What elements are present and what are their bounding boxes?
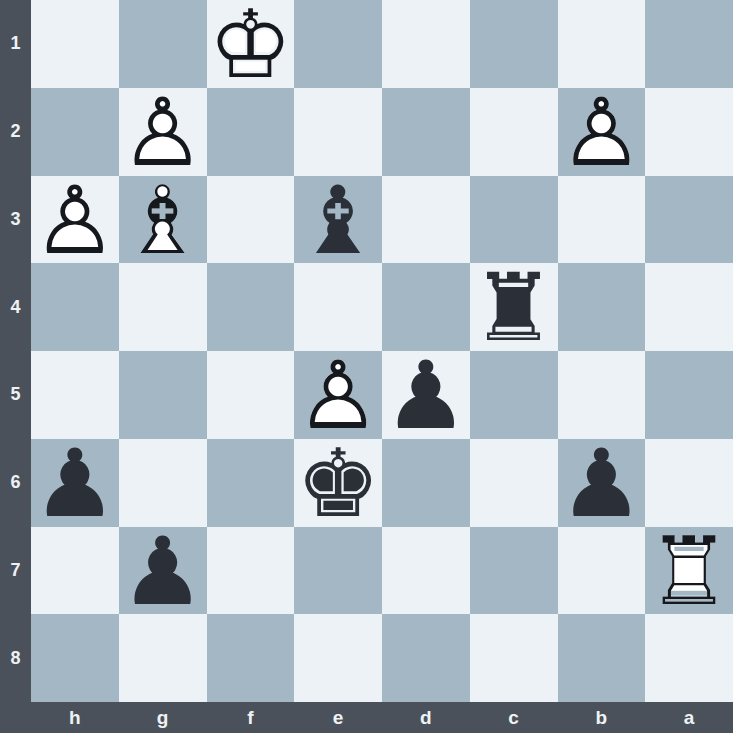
black-bishop-glyph: ♝ <box>294 176 382 264</box>
square-e8[interactable] <box>294 614 382 702</box>
piece-white-king[interactable]: ♚♔ <box>207 0 295 88</box>
square-c8[interactable] <box>470 614 558 702</box>
square-e5[interactable]: ♟♙ <box>294 351 382 439</box>
square-h4[interactable] <box>31 263 119 351</box>
rank-label-8: 8 <box>0 614 31 702</box>
white-pawn-outline-glyph: ♙ <box>119 88 207 176</box>
square-b7[interactable] <box>558 527 646 615</box>
square-c4[interactable]: ♜ <box>470 263 558 351</box>
square-e2[interactable] <box>294 88 382 176</box>
square-f4[interactable] <box>207 263 295 351</box>
square-b4[interactable] <box>558 263 646 351</box>
square-c5[interactable] <box>470 351 558 439</box>
white-pawn-fill-glyph: ♟ <box>558 88 646 176</box>
chess-board-app: 12345678 ♚♔♟♙♟♙♟♙♝♗♝♜♟♙♟♟♚♟♟♜♖ hgfedcba <box>0 0 733 733</box>
piece-black-bishop[interactable]: ♝ <box>294 176 382 264</box>
square-g6[interactable] <box>119 439 207 527</box>
white-pawn-outline-glyph: ♙ <box>31 176 119 264</box>
white-pawn-outline-glyph: ♙ <box>558 88 646 176</box>
white-rook-fill-glyph: ♜ <box>645 527 733 615</box>
square-b2[interactable]: ♟♙ <box>558 88 646 176</box>
file-label-b: b <box>558 702 646 733</box>
square-b6[interactable]: ♟ <box>558 439 646 527</box>
piece-white-bishop[interactable]: ♝♗ <box>119 176 207 264</box>
square-b8[interactable] <box>558 614 646 702</box>
square-d3[interactable] <box>382 176 470 264</box>
square-b5[interactable] <box>558 351 646 439</box>
black-king-glyph: ♚ <box>294 439 382 527</box>
white-bishop-fill-glyph: ♝ <box>119 176 207 264</box>
rank-label-1: 1 <box>0 0 31 88</box>
piece-white-rook[interactable]: ♜♖ <box>645 527 733 615</box>
square-h6[interactable]: ♟ <box>31 439 119 527</box>
square-f6[interactable] <box>207 439 295 527</box>
square-d6[interactable] <box>382 439 470 527</box>
square-b1[interactable] <box>558 0 646 88</box>
square-a4[interactable] <box>645 263 733 351</box>
square-g7[interactable]: ♟ <box>119 527 207 615</box>
piece-white-pawn[interactable]: ♟♙ <box>31 176 119 264</box>
square-a5[interactable] <box>645 351 733 439</box>
black-rook-glyph: ♜ <box>470 263 558 351</box>
piece-black-pawn[interactable]: ♟ <box>382 351 470 439</box>
square-g1[interactable] <box>119 0 207 88</box>
square-b3[interactable] <box>558 176 646 264</box>
piece-black-pawn[interactable]: ♟ <box>31 439 119 527</box>
file-label-f: f <box>207 702 295 733</box>
square-d7[interactable] <box>382 527 470 615</box>
square-h5[interactable] <box>31 351 119 439</box>
square-f8[interactable] <box>207 614 295 702</box>
file-label-a: a <box>645 702 733 733</box>
black-pawn-glyph: ♟ <box>31 439 119 527</box>
rank-label-2: 2 <box>0 88 31 176</box>
piece-white-pawn[interactable]: ♟♙ <box>119 88 207 176</box>
piece-black-king[interactable]: ♚ <box>294 439 382 527</box>
square-d2[interactable] <box>382 88 470 176</box>
square-h3[interactable]: ♟♙ <box>31 176 119 264</box>
square-e6[interactable]: ♚ <box>294 439 382 527</box>
white-king-fill-glyph: ♚ <box>207 0 295 88</box>
square-c7[interactable] <box>470 527 558 615</box>
white-rook-outline-glyph: ♖ <box>645 527 733 615</box>
piece-white-pawn[interactable]: ♟♙ <box>294 351 382 439</box>
black-pawn-glyph: ♟ <box>119 527 207 615</box>
piece-black-pawn[interactable]: ♟ <box>119 527 207 615</box>
square-h1[interactable] <box>31 0 119 88</box>
square-f2[interactable] <box>207 88 295 176</box>
square-c3[interactable] <box>470 176 558 264</box>
square-h2[interactable] <box>31 88 119 176</box>
white-king-outline-glyph: ♔ <box>207 0 295 88</box>
square-e3[interactable]: ♝ <box>294 176 382 264</box>
square-a6[interactable] <box>645 439 733 527</box>
white-pawn-fill-glyph: ♟ <box>294 351 382 439</box>
rank-labels: 12345678 <box>0 0 31 702</box>
square-h7[interactable] <box>31 527 119 615</box>
square-c2[interactable] <box>470 88 558 176</box>
square-g8[interactable] <box>119 614 207 702</box>
rank-label-3: 3 <box>0 176 31 264</box>
square-f7[interactable] <box>207 527 295 615</box>
square-d1[interactable] <box>382 0 470 88</box>
black-pawn-glyph: ♟ <box>558 439 646 527</box>
square-h8[interactable] <box>31 614 119 702</box>
square-d8[interactable] <box>382 614 470 702</box>
white-pawn-outline-glyph: ♙ <box>294 351 382 439</box>
square-a2[interactable] <box>645 88 733 176</box>
white-bishop-outline-glyph: ♗ <box>119 176 207 264</box>
square-a3[interactable] <box>645 176 733 264</box>
white-pawn-fill-glyph: ♟ <box>119 88 207 176</box>
white-pawn-fill-glyph: ♟ <box>31 176 119 264</box>
square-e1[interactable] <box>294 0 382 88</box>
piece-white-pawn[interactable]: ♟♙ <box>558 88 646 176</box>
square-f5[interactable] <box>207 351 295 439</box>
file-label-e: e <box>294 702 382 733</box>
square-c6[interactable] <box>470 439 558 527</box>
rank-label-6: 6 <box>0 439 31 527</box>
square-d5[interactable]: ♟ <box>382 351 470 439</box>
square-f1[interactable]: ♚♔ <box>207 0 295 88</box>
square-g5[interactable] <box>119 351 207 439</box>
file-label-h: h <box>31 702 119 733</box>
file-labels: hgfedcba <box>31 702 733 733</box>
square-d4[interactable] <box>382 263 470 351</box>
file-label-d: d <box>382 702 470 733</box>
square-f3[interactable] <box>207 176 295 264</box>
file-label-g: g <box>119 702 207 733</box>
square-g2[interactable]: ♟♙ <box>119 88 207 176</box>
square-g3[interactable]: ♝♗ <box>119 176 207 264</box>
square-c1[interactable] <box>470 0 558 88</box>
square-e7[interactable] <box>294 527 382 615</box>
rank-label-4: 4 <box>0 263 31 351</box>
chess-board[interactable]: ♚♔♟♙♟♙♟♙♝♗♝♜♟♙♟♟♚♟♟♜♖ <box>31 0 733 702</box>
square-g4[interactable] <box>119 263 207 351</box>
square-a8[interactable] <box>645 614 733 702</box>
square-a1[interactable] <box>645 0 733 88</box>
square-e4[interactable] <box>294 263 382 351</box>
piece-black-pawn[interactable]: ♟ <box>558 439 646 527</box>
square-a7[interactable]: ♜♖ <box>645 527 733 615</box>
piece-black-rook[interactable]: ♜ <box>470 263 558 351</box>
rank-label-5: 5 <box>0 351 31 439</box>
file-label-c: c <box>470 702 558 733</box>
rank-label-7: 7 <box>0 527 31 615</box>
black-pawn-glyph: ♟ <box>382 351 470 439</box>
